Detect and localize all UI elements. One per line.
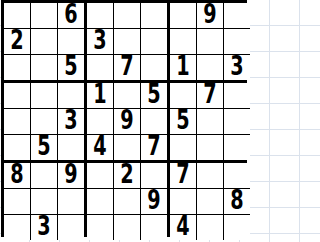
cell-r4c7[interactable] xyxy=(170,83,196,108)
cell-r5c1[interactable] xyxy=(4,109,30,134)
cell-r8c1[interactable] xyxy=(4,189,30,214)
cell-r4c1[interactable] xyxy=(4,83,30,108)
cell-r6c5[interactable] xyxy=(114,135,140,160)
given-digit: 4 xyxy=(93,135,106,159)
cell-r5c7[interactable]: 5 xyxy=(170,109,196,134)
cell-r6c7[interactable] xyxy=(170,135,196,160)
cell-r8c6[interactable]: 9 xyxy=(141,189,167,214)
cell-r7c4[interactable] xyxy=(87,163,113,188)
cell-r9c8[interactable] xyxy=(197,215,223,240)
cell-r1c4[interactable] xyxy=(87,3,113,28)
cell-r2c5[interactable] xyxy=(114,29,140,54)
cell-r5c3[interactable]: 3 xyxy=(58,109,84,134)
cell-r1c5[interactable] xyxy=(114,3,140,28)
given-digit: 9 xyxy=(120,109,133,133)
cell-r5c4[interactable] xyxy=(87,109,113,134)
cell-r9c5[interactable] xyxy=(114,215,140,240)
given-digit: 8 xyxy=(10,163,23,187)
box-1: 625 xyxy=(4,3,84,80)
given-digit: 7 xyxy=(147,135,160,159)
box-5: 15947 xyxy=(87,83,167,160)
cell-r6c9[interactable] xyxy=(224,135,250,160)
cell-r2c6[interactable] xyxy=(141,29,167,54)
cell-r1c9[interactable] xyxy=(224,3,250,28)
cell-r8c9[interactable]: 8 xyxy=(224,189,250,214)
cell-r3c1[interactable] xyxy=(4,55,30,80)
cell-r9c1[interactable] xyxy=(4,215,30,240)
cell-r6c4[interactable]: 4 xyxy=(87,135,113,160)
given-digit: 9 xyxy=(64,163,77,187)
given-digit: 8 xyxy=(230,189,243,213)
cell-r1c3[interactable]: 6 xyxy=(58,3,84,28)
box-2: 37 xyxy=(87,3,167,80)
cell-r4c4[interactable]: 1 xyxy=(87,83,113,108)
given-digit: 9 xyxy=(203,3,216,27)
cell-r7c3[interactable]: 9 xyxy=(58,163,84,188)
given-digit: 1 xyxy=(176,55,189,79)
cell-r1c2[interactable] xyxy=(31,3,57,28)
cell-r2c8[interactable] xyxy=(197,29,223,54)
cell-r3c6[interactable] xyxy=(141,55,167,80)
cell-r1c7[interactable] xyxy=(170,3,196,28)
cell-r7c1[interactable]: 8 xyxy=(4,163,30,188)
cell-r9c3[interactable] xyxy=(58,215,84,240)
box-9: 784 xyxy=(170,163,250,240)
given-digit: 7 xyxy=(120,55,133,79)
given-digit: 3 xyxy=(230,55,243,79)
cell-r9c6[interactable] xyxy=(141,215,167,240)
cell-r3c8[interactable] xyxy=(197,55,223,80)
cell-r6c6[interactable]: 7 xyxy=(141,135,167,160)
given-digit: 9 xyxy=(147,189,160,213)
cell-r4c6[interactable]: 5 xyxy=(141,83,167,108)
cell-r8c5[interactable] xyxy=(114,189,140,214)
box-3: 913 xyxy=(170,3,250,80)
box-6: 75 xyxy=(170,83,250,160)
given-digit: 4 xyxy=(176,215,189,239)
cell-r4c3[interactable] xyxy=(58,83,84,108)
cell-r8c8[interactable] xyxy=(197,189,223,214)
cell-r5c5[interactable]: 9 xyxy=(114,109,140,134)
cell-r3c4[interactable] xyxy=(87,55,113,80)
cell-r8c2[interactable] xyxy=(31,189,57,214)
cell-r7c7[interactable]: 7 xyxy=(170,163,196,188)
cell-r5c6[interactable] xyxy=(141,109,167,134)
cell-r9c4[interactable] xyxy=(87,215,113,240)
cell-r3c2[interactable] xyxy=(31,55,57,80)
cell-r4c2[interactable] xyxy=(31,83,57,108)
cell-r6c8[interactable] xyxy=(197,135,223,160)
cell-r4c9[interactable] xyxy=(224,83,250,108)
cell-r9c9[interactable] xyxy=(224,215,250,240)
cell-r2c7[interactable] xyxy=(170,29,196,54)
given-digit: 3 xyxy=(37,215,50,239)
cell-r6c3[interactable] xyxy=(58,135,84,160)
cell-r5c2[interactable] xyxy=(31,109,57,134)
cell-r5c9[interactable] xyxy=(224,109,250,134)
cell-r1c6[interactable] xyxy=(141,3,167,28)
cell-r7c5[interactable]: 2 xyxy=(114,163,140,188)
given-digit: 3 xyxy=(93,29,106,53)
cell-r6c2[interactable]: 5 xyxy=(31,135,57,160)
cell-r1c1[interactable] xyxy=(4,3,30,28)
cell-r6c1[interactable] xyxy=(4,135,30,160)
cell-r7c8[interactable] xyxy=(197,163,223,188)
cell-r1c8[interactable]: 9 xyxy=(197,3,223,28)
box-4: 35 xyxy=(4,83,84,160)
cell-r8c3[interactable] xyxy=(58,189,84,214)
cell-r7c9[interactable] xyxy=(224,163,250,188)
cell-r2c9[interactable] xyxy=(224,29,250,54)
cell-r8c7[interactable] xyxy=(170,189,196,214)
cell-r2c2[interactable] xyxy=(31,29,57,54)
cell-r2c4[interactable]: 3 xyxy=(87,29,113,54)
cell-r3c7[interactable]: 1 xyxy=(170,55,196,80)
given-digit: 1 xyxy=(93,83,106,107)
given-digit: 7 xyxy=(203,83,216,107)
given-digit: 5 xyxy=(176,109,189,133)
cell-r2c1[interactable]: 2 xyxy=(4,29,30,54)
given-digit: 7 xyxy=(176,163,189,187)
cell-r9c7[interactable]: 4 xyxy=(170,215,196,240)
box-7: 893 xyxy=(4,163,84,240)
cell-r3c3[interactable]: 5 xyxy=(58,55,84,80)
given-digit: 3 xyxy=(64,109,77,133)
given-digit: 5 xyxy=(147,83,160,107)
cell-r7c6[interactable] xyxy=(141,163,167,188)
given-digit: 5 xyxy=(64,55,77,79)
cell-r8c4[interactable] xyxy=(87,189,113,214)
given-digit: 2 xyxy=(10,29,23,53)
cell-r5c8[interactable] xyxy=(197,109,223,134)
cell-r4c8[interactable]: 7 xyxy=(197,83,223,108)
cell-r9c2[interactable]: 3 xyxy=(31,215,57,240)
given-digit: 5 xyxy=(37,135,50,159)
cell-r2c3[interactable] xyxy=(58,29,84,54)
given-digit: 2 xyxy=(120,163,133,187)
cell-r3c5[interactable]: 7 xyxy=(114,55,140,80)
box-8: 29 xyxy=(87,163,167,240)
sudoku-board: 6253791335159477589329784 xyxy=(1,0,247,237)
given-digit: 6 xyxy=(64,3,77,27)
cell-r3c9[interactable]: 3 xyxy=(224,55,250,80)
cell-r7c2[interactable] xyxy=(31,163,57,188)
cell-r4c5[interactable] xyxy=(114,83,140,108)
